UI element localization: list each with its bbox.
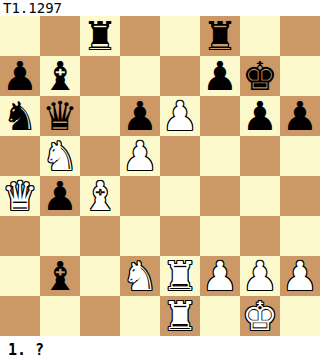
square-a3[interactable] [0,216,40,256]
piece-black-pawn-a7[interactable]: ♟ [2,56,38,96]
square-b5[interactable]: ♞ [40,136,80,176]
chess-board: ♜♜♟♝♟♚♞♛♟♟♟♟♞♟♛♟♝♝♞♜♟♟♟♜♚ [0,16,320,336]
square-a5[interactable] [0,136,40,176]
piece-black-bishop-b7[interactable]: ♝ [42,56,78,96]
square-c1[interactable] [80,296,120,336]
square-h8[interactable] [280,16,320,56]
square-h2[interactable]: ♟ [280,256,320,296]
square-b7[interactable]: ♝ [40,56,80,96]
piece-black-pawn-b4[interactable]: ♟ [42,176,78,216]
square-e6[interactable]: ♟ [160,96,200,136]
piece-white-pawn-d5[interactable]: ♟ [122,136,158,176]
piece-white-rook-e1[interactable]: ♜ [162,296,198,336]
piece-white-king-g1[interactable]: ♚ [242,296,278,336]
piece-white-pawn-h2[interactable]: ♟ [282,256,318,296]
piece-black-rook-c8[interactable]: ♜ [82,16,118,56]
square-e7[interactable] [160,56,200,96]
square-g4[interactable] [240,176,280,216]
piece-black-pawn-g6[interactable]: ♟ [242,96,278,136]
move-prompt: 1. ? [0,336,320,360]
square-d6[interactable]: ♟ [120,96,160,136]
square-c6[interactable] [80,96,120,136]
square-f2[interactable]: ♟ [200,256,240,296]
square-c3[interactable] [80,216,120,256]
piece-black-pawn-f7[interactable]: ♟ [202,56,238,96]
piece-black-pawn-d6[interactable]: ♟ [122,96,158,136]
square-c5[interactable] [80,136,120,176]
square-d1[interactable] [120,296,160,336]
square-c8[interactable]: ♜ [80,16,120,56]
square-g6[interactable]: ♟ [240,96,280,136]
square-b6[interactable]: ♛ [40,96,80,136]
piece-black-king-g7[interactable]: ♚ [242,56,278,96]
piece-black-knight-a6[interactable]: ♞ [2,96,38,136]
square-f5[interactable] [200,136,240,176]
square-c7[interactable] [80,56,120,96]
square-g2[interactable]: ♟ [240,256,280,296]
square-b1[interactable] [40,296,80,336]
piece-white-knight-d2[interactable]: ♞ [122,256,158,296]
square-a8[interactable] [0,16,40,56]
square-b3[interactable] [40,216,80,256]
square-a7[interactable]: ♟ [0,56,40,96]
square-f7[interactable]: ♟ [200,56,240,96]
square-g1[interactable]: ♚ [240,296,280,336]
piece-white-bishop-c4[interactable]: ♝ [82,176,118,216]
square-f3[interactable] [200,216,240,256]
piece-white-rook-e2[interactable]: ♜ [162,256,198,296]
piece-white-pawn-g2[interactable]: ♟ [242,256,278,296]
square-g3[interactable] [240,216,280,256]
square-f8[interactable]: ♜ [200,16,240,56]
square-f1[interactable] [200,296,240,336]
square-a6[interactable]: ♞ [0,96,40,136]
piece-white-pawn-f2[interactable]: ♟ [202,256,238,296]
square-h7[interactable] [280,56,320,96]
square-g8[interactable] [240,16,280,56]
square-h5[interactable] [280,136,320,176]
square-e5[interactable] [160,136,200,176]
piece-black-bishop-b2[interactable]: ♝ [42,256,78,296]
square-a2[interactable] [0,256,40,296]
square-h4[interactable] [280,176,320,216]
square-h6[interactable]: ♟ [280,96,320,136]
square-h1[interactable] [280,296,320,336]
square-g7[interactable]: ♚ [240,56,280,96]
square-a4[interactable]: ♛ [0,176,40,216]
square-a1[interactable] [0,296,40,336]
square-g5[interactable] [240,136,280,176]
square-c2[interactable] [80,256,120,296]
square-d7[interactable] [120,56,160,96]
square-d8[interactable] [120,16,160,56]
square-h3[interactable] [280,216,320,256]
square-b4[interactable]: ♟ [40,176,80,216]
piece-white-pawn-e6[interactable]: ♟ [162,96,198,136]
square-e2[interactable]: ♜ [160,256,200,296]
square-d4[interactable] [120,176,160,216]
square-f6[interactable] [200,96,240,136]
piece-black-pawn-h6[interactable]: ♟ [282,96,318,136]
square-f4[interactable] [200,176,240,216]
square-b8[interactable] [40,16,80,56]
puzzle-title: T1.1297 [0,0,320,16]
square-d3[interactable] [120,216,160,256]
piece-white-queen-a4[interactable]: ♛ [2,176,38,216]
square-d2[interactable]: ♞ [120,256,160,296]
square-e1[interactable]: ♜ [160,296,200,336]
square-c4[interactable]: ♝ [80,176,120,216]
piece-black-queen-b6[interactable]: ♛ [42,96,78,136]
square-b2[interactable]: ♝ [40,256,80,296]
square-e8[interactable] [160,16,200,56]
piece-white-knight-b5[interactable]: ♞ [42,136,78,176]
piece-black-rook-f8[interactable]: ♜ [202,16,238,56]
square-e4[interactable] [160,176,200,216]
square-d5[interactable]: ♟ [120,136,160,176]
square-e3[interactable] [160,216,200,256]
